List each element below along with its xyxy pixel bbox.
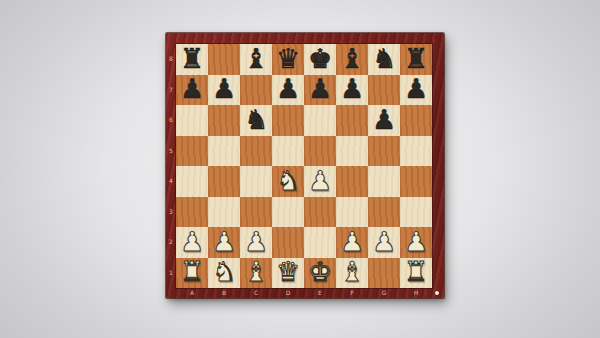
square-e4[interactable]: ♟ <box>304 166 336 197</box>
rank-label-8: 8 <box>166 44 176 75</box>
square-f6[interactable] <box>336 105 368 136</box>
square-c8[interactable]: ♝ <box>240 44 272 75</box>
square-e1[interactable]: ♚ <box>304 258 336 289</box>
white-rook-piece: ♜ <box>180 258 204 285</box>
square-b8[interactable] <box>208 44 240 75</box>
rank-label-7: 7 <box>166 75 176 106</box>
square-a8[interactable]: ♜ <box>176 44 208 75</box>
black-rook-piece: ♜ <box>404 45 428 72</box>
square-f3[interactable] <box>336 197 368 228</box>
white-pawn-piece: ♟ <box>212 228 236 255</box>
black-pawn-piece: ♟ <box>308 75 332 102</box>
board-squares: ♜♝♛♚♝♞♜♟♟♟♟♟♟♞♟♞♟♟♟♟♟♟♟♜♞♝♛♚♝♜ <box>176 44 432 288</box>
rank-label-1: 1 <box>166 258 176 289</box>
square-g1[interactable] <box>368 258 400 289</box>
white-knight-piece: ♞ <box>276 167 300 194</box>
square-h8[interactable]: ♜ <box>400 44 432 75</box>
square-a7[interactable]: ♟ <box>176 75 208 106</box>
square-f1[interactable]: ♝ <box>336 258 368 289</box>
file-label-g: G <box>368 288 400 298</box>
square-c7[interactable] <box>240 75 272 106</box>
rank-label-4: 4 <box>166 166 176 197</box>
rank-label-2: 2 <box>166 227 176 258</box>
square-a1[interactable]: ♜ <box>176 258 208 289</box>
black-pawn-piece: ♟ <box>212 75 236 102</box>
chess-board: 87654321 ABCDEFGH ♜♝♛♚♝♞♜♟♟♟♟♟♟♞♟♞♟♟♟♟♟♟… <box>166 33 444 298</box>
file-label-b: B <box>208 288 240 298</box>
black-knight-piece: ♞ <box>244 106 268 133</box>
square-d5[interactable] <box>272 136 304 167</box>
square-e6[interactable] <box>304 105 336 136</box>
square-h3[interactable] <box>400 197 432 228</box>
file-label-c: C <box>240 288 272 298</box>
square-d4[interactable]: ♞ <box>272 166 304 197</box>
square-h5[interactable] <box>400 136 432 167</box>
black-pawn-piece: ♟ <box>180 75 204 102</box>
square-a5[interactable] <box>176 136 208 167</box>
white-knight-piece: ♞ <box>212 258 236 285</box>
square-f4[interactable] <box>336 166 368 197</box>
white-bishop-piece: ♝ <box>244 258 268 285</box>
square-b2[interactable]: ♟ <box>208 227 240 258</box>
black-bishop-piece: ♝ <box>244 45 268 72</box>
white-king-piece: ♚ <box>308 258 332 285</box>
square-h2[interactable]: ♟ <box>400 227 432 258</box>
white-pawn-piece: ♟ <box>404 228 428 255</box>
square-e2[interactable] <box>304 227 336 258</box>
square-b7[interactable]: ♟ <box>208 75 240 106</box>
black-queen-piece: ♛ <box>276 45 300 72</box>
square-d1[interactable]: ♛ <box>272 258 304 289</box>
square-c4[interactable] <box>240 166 272 197</box>
square-g6[interactable]: ♟ <box>368 105 400 136</box>
white-rook-piece: ♜ <box>404 258 428 285</box>
white-pawn-piece: ♟ <box>180 228 204 255</box>
file-label-h: H <box>400 288 432 298</box>
square-e7[interactable]: ♟ <box>304 75 336 106</box>
square-b4[interactable] <box>208 166 240 197</box>
square-f8[interactable]: ♝ <box>336 44 368 75</box>
square-h6[interactable] <box>400 105 432 136</box>
square-f7[interactable]: ♟ <box>336 75 368 106</box>
white-pawn-piece: ♟ <box>244 228 268 255</box>
square-e8[interactable]: ♚ <box>304 44 336 75</box>
square-d6[interactable] <box>272 105 304 136</box>
file-label-d: D <box>272 288 304 298</box>
square-d7[interactable]: ♟ <box>272 75 304 106</box>
rank-labels: 87654321 <box>166 44 176 288</box>
square-a6[interactable] <box>176 105 208 136</box>
rank-label-3: 3 <box>166 197 176 228</box>
black-pawn-piece: ♟ <box>372 106 396 133</box>
white-pawn-piece: ♟ <box>308 167 332 194</box>
page-background: 87654321 ABCDEFGH ♜♝♛♚♝♞♜♟♟♟♟♟♟♞♟♞♟♟♟♟♟♟… <box>0 0 600 338</box>
square-b6[interactable] <box>208 105 240 136</box>
square-c3[interactable] <box>240 197 272 228</box>
white-to-move-indicator <box>435 291 439 295</box>
square-f2[interactable]: ♟ <box>336 227 368 258</box>
black-pawn-piece: ♟ <box>276 75 300 102</box>
square-g5[interactable] <box>368 136 400 167</box>
rank-label-6: 6 <box>166 105 176 136</box>
square-c2[interactable]: ♟ <box>240 227 272 258</box>
square-h7[interactable]: ♟ <box>400 75 432 106</box>
square-a3[interactable] <box>176 197 208 228</box>
file-label-e: E <box>304 288 336 298</box>
square-c6[interactable]: ♞ <box>240 105 272 136</box>
black-king-piece: ♚ <box>308 45 332 72</box>
square-g8[interactable]: ♞ <box>368 44 400 75</box>
square-d8[interactable]: ♛ <box>272 44 304 75</box>
white-pawn-piece: ♟ <box>372 228 396 255</box>
square-g7[interactable] <box>368 75 400 106</box>
square-f5[interactable] <box>336 136 368 167</box>
square-h4[interactable] <box>400 166 432 197</box>
black-rook-piece: ♜ <box>180 45 204 72</box>
square-e3[interactable] <box>304 197 336 228</box>
square-d3[interactable] <box>272 197 304 228</box>
square-c5[interactable] <box>240 136 272 167</box>
square-h1[interactable]: ♜ <box>400 258 432 289</box>
file-labels: ABCDEFGH <box>176 288 432 298</box>
file-label-a: A <box>176 288 208 298</box>
rank-label-5: 5 <box>166 136 176 167</box>
white-pawn-piece: ♟ <box>340 228 364 255</box>
square-a4[interactable] <box>176 166 208 197</box>
square-g4[interactable] <box>368 166 400 197</box>
white-bishop-piece: ♝ <box>340 258 364 285</box>
square-g2[interactable]: ♟ <box>368 227 400 258</box>
file-label-f: F <box>336 288 368 298</box>
square-c1[interactable]: ♝ <box>240 258 272 289</box>
square-b1[interactable]: ♞ <box>208 258 240 289</box>
black-bishop-piece: ♝ <box>340 45 364 72</box>
black-pawn-piece: ♟ <box>404 75 428 102</box>
square-g3[interactable] <box>368 197 400 228</box>
square-a2[interactable]: ♟ <box>176 227 208 258</box>
black-pawn-piece: ♟ <box>340 75 364 102</box>
square-b3[interactable] <box>208 197 240 228</box>
white-queen-piece: ♛ <box>276 258 300 285</box>
square-d2[interactable] <box>272 227 304 258</box>
square-b5[interactable] <box>208 136 240 167</box>
square-e5[interactable] <box>304 136 336 167</box>
black-knight-piece: ♞ <box>372 45 396 72</box>
